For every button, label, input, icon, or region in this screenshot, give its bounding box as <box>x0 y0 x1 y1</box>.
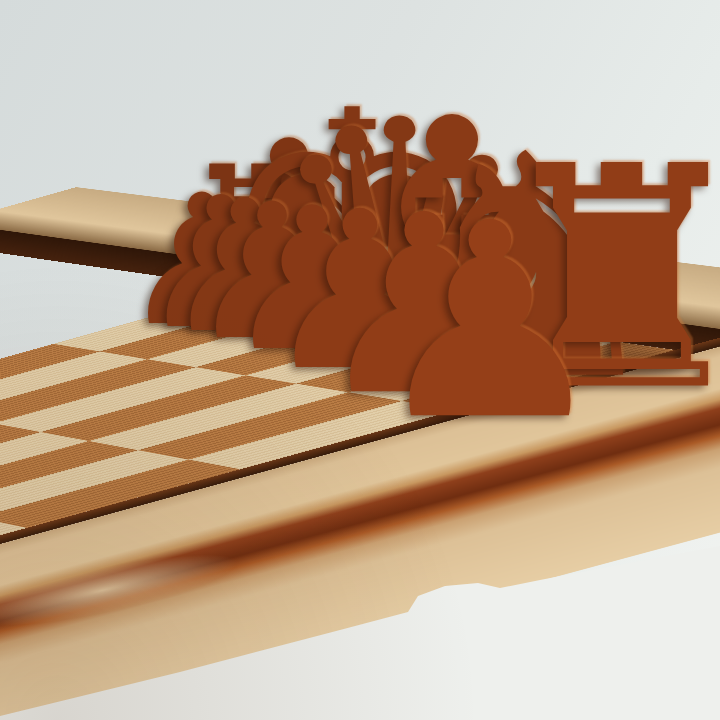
chess-piece-pawn-a2[interactable]: ♟ <box>369 187 610 456</box>
pieces-layer: ♜♝♞♚♛♟♟♟♟♝♟♟♞♜♟♟ <box>0 0 720 720</box>
photo-scene: ♜♝♞♚♛♟♟♟♟♝♟♟♞♜♟♟ <box>0 0 720 720</box>
